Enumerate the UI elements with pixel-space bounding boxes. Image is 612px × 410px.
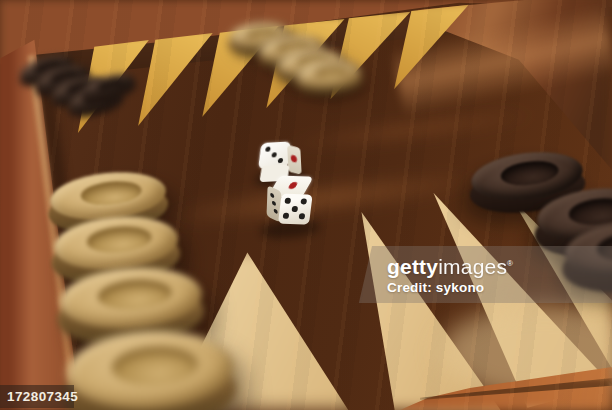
die-pip [270, 192, 274, 198]
checker-light-stack-4 [296, 59, 362, 89]
checker-light-left-3 [58, 263, 204, 333]
die-pip [272, 200, 276, 206]
die-pip [274, 208, 278, 214]
getty-watermark-text: gettyimages® Credit: sykono [372, 246, 612, 295]
die-pip [299, 213, 306, 219]
watermark-credit: Credit: sykono [387, 280, 612, 295]
die-pip [284, 198, 291, 204]
getty-logo-light: images [438, 255, 507, 278]
getty-logo: gettyimages® [387, 253, 612, 277]
die-pip [300, 198, 307, 204]
checker-light-left-4 [65, 327, 235, 410]
die-pip [283, 213, 290, 219]
die-near [265, 175, 319, 231]
die-red-pip [291, 154, 297, 162]
getty-watermark: gettyimages® Credit: sykono [359, 246, 612, 303]
backgammon-photo: gettyimages® Credit: sykono 172807345 [0, 0, 612, 410]
registered-mark: ® [507, 259, 513, 268]
die-pip [278, 158, 284, 163]
image-id-badge: 172807345 [0, 385, 74, 408]
die-far-right-face [287, 145, 302, 175]
die-pip [271, 152, 277, 157]
die-pip [265, 147, 271, 152]
die-near-front-face [278, 194, 313, 225]
die-red-pip [287, 182, 298, 189]
getty-logo-bold: getty [387, 255, 438, 278]
die-pip [291, 206, 298, 212]
